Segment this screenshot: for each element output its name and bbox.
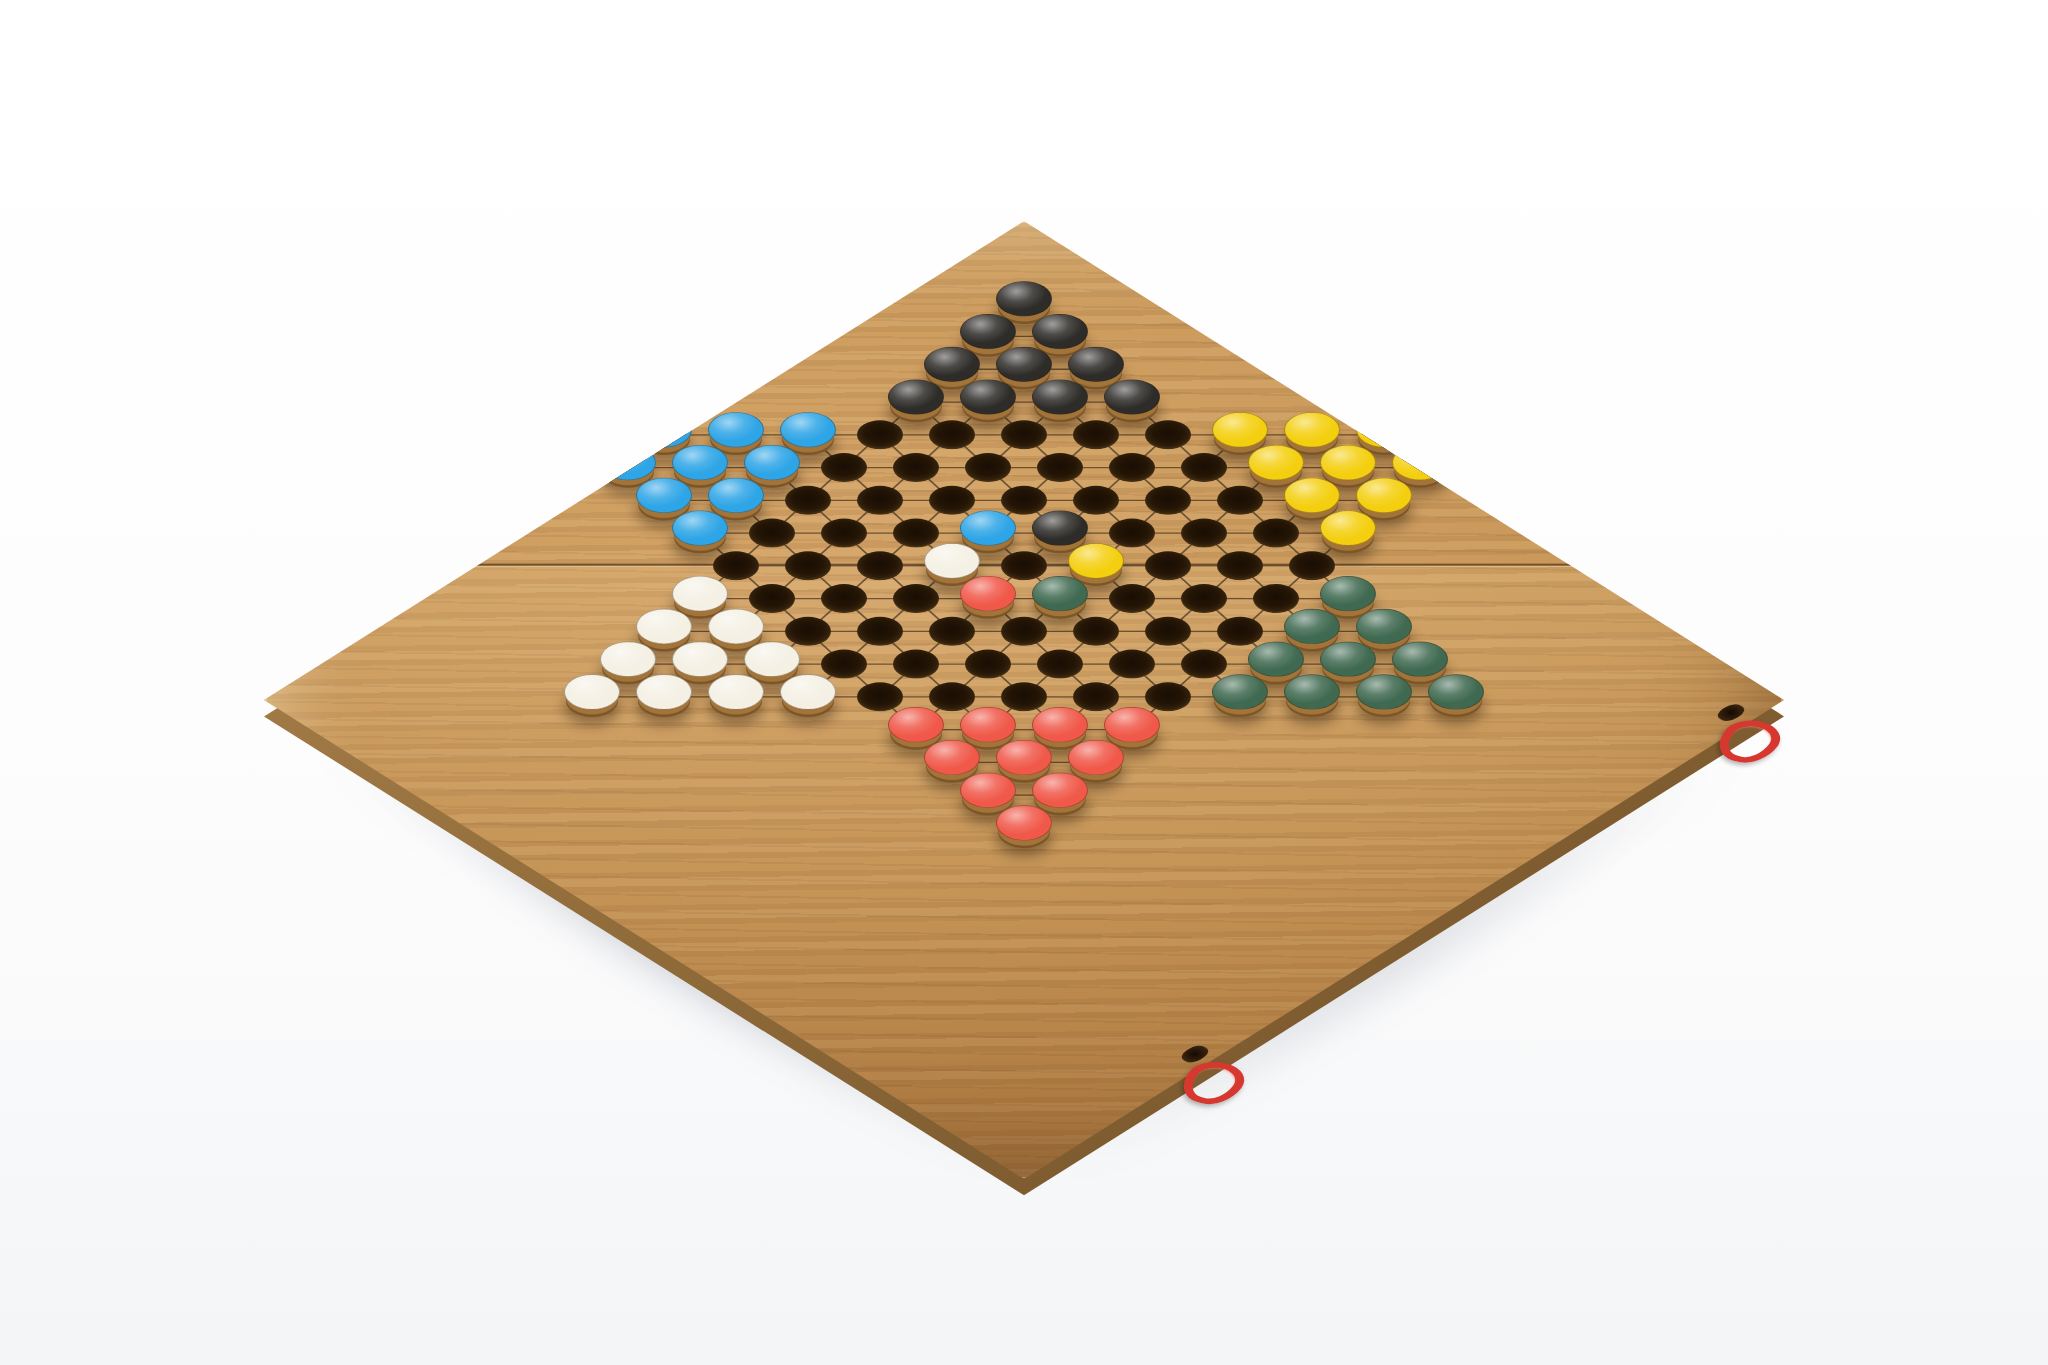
board-cell [772,484,844,517]
board-hole[interactable] [1181,650,1227,679]
board-cell [1024,582,1096,615]
board-hole[interactable] [1181,519,1227,548]
board-cell [1420,680,1492,713]
board-cell [1240,517,1312,550]
peg-white[interactable] [924,543,980,578]
board-hole[interactable] [1037,453,1083,482]
board-hole[interactable] [1001,682,1047,711]
board-hole[interactable] [1037,650,1083,679]
peg-red[interactable] [960,707,1016,742]
peg-blue[interactable] [672,510,728,545]
peg-blue[interactable] [960,510,1016,545]
peg-black[interactable] [1032,314,1088,349]
peg-yellow[interactable] [1428,412,1484,447]
board-cell [988,418,1060,451]
peg-green[interactable] [1320,642,1376,677]
board-cell [844,615,916,648]
board-cell [1060,418,1132,451]
peg-red[interactable] [996,740,1052,775]
board-cell [1096,386,1168,419]
peg-black[interactable] [1068,347,1124,382]
peg-green[interactable] [1320,576,1376,611]
peg-green[interactable] [1284,674,1340,709]
peg-yellow[interactable] [1284,478,1340,513]
board-hole[interactable] [1181,453,1227,482]
board-cell [952,582,1024,615]
peg-white[interactable] [672,642,728,677]
board-hole[interactable] [857,420,903,449]
board-hole[interactable] [1145,486,1191,515]
board-hole[interactable] [1109,584,1155,613]
board-cell [1060,615,1132,648]
board-hole[interactable] [1145,617,1191,646]
peg-blue[interactable] [672,445,728,480]
board-hole[interactable] [1109,650,1155,679]
peg-red[interactable] [1032,707,1088,742]
peg-red[interactable] [888,707,944,742]
board-hole[interactable] [1073,682,1119,711]
peg-black[interactable] [888,379,944,414]
peg-yellow[interactable] [1068,543,1124,578]
board-hole[interactable] [929,486,975,515]
board-hole[interactable] [1217,486,1263,515]
board-cell [880,386,952,419]
peg-blue[interactable] [600,445,656,480]
board-hole[interactable] [785,486,831,515]
board-hole[interactable] [893,453,939,482]
board-hole[interactable] [965,650,1011,679]
board-cell [1132,549,1204,582]
board-cell [952,648,1024,681]
peg-black[interactable] [996,347,1052,382]
board-hole[interactable] [1001,420,1047,449]
board-hole[interactable] [749,584,795,613]
board-cell [952,386,1024,419]
peg-red[interactable] [1068,740,1124,775]
hex-row [556,287,1492,320]
hex-row [556,648,1492,681]
board-hole[interactable] [893,650,939,679]
board-hole[interactable] [1109,519,1155,548]
peg-black[interactable] [996,281,1052,316]
board-cell [1132,418,1204,451]
board-hole[interactable] [929,420,975,449]
board-hole[interactable] [1181,584,1227,613]
peg-blue[interactable] [780,412,836,447]
hex-row [556,517,1492,550]
board-hole[interactable] [965,453,1011,482]
peg-yellow[interactable] [1356,412,1412,447]
board-cell [1312,517,1384,550]
board-hole[interactable] [1217,617,1263,646]
board-cell [1168,451,1240,484]
peg-yellow[interactable] [1392,445,1448,480]
board-cell [628,680,700,713]
peg-black[interactable] [924,347,980,382]
hex-row [556,746,1492,779]
board-cell [916,615,988,648]
board-hole[interactable] [1145,682,1191,711]
board-hole[interactable] [821,584,867,613]
peg-green[interactable] [1032,576,1088,611]
board-hole[interactable] [857,486,903,515]
board-cell [1024,451,1096,484]
star-grid [556,287,1492,844]
peg-red[interactable] [960,773,1016,808]
board-cell [1024,648,1096,681]
board-cell [1204,484,1276,517]
board-hole[interactable] [785,551,831,580]
peg-green[interactable] [1356,674,1412,709]
board-cell [988,812,1060,845]
peg-white[interactable] [744,642,800,677]
photo-background [0,0,2048,1365]
board-hole[interactable] [857,617,903,646]
board-cell [736,517,808,550]
hex-row [556,386,1492,419]
peg-black[interactable] [1104,379,1160,414]
board-hole[interactable] [929,617,975,646]
board-hole[interactable] [1109,453,1155,482]
board-hole[interactable] [1253,519,1299,548]
board-hole[interactable] [1073,617,1119,646]
board-hole[interactable] [821,453,867,482]
peg-blue[interactable] [636,412,692,447]
board-hole[interactable] [1217,551,1263,580]
hex-row [556,353,1492,386]
board-hole[interactable] [929,682,975,711]
board-cell [1132,484,1204,517]
board-cell [700,680,772,713]
peg-black[interactable] [1032,510,1088,545]
board-cell [1024,386,1096,419]
board-cell [1204,549,1276,582]
board-cell [880,582,952,615]
board-cell [1096,582,1168,615]
board-cell [988,615,1060,648]
peg-blue[interactable] [744,445,800,480]
board-hole[interactable] [857,551,903,580]
peg-yellow[interactable] [1284,412,1340,447]
peg-white[interactable] [708,609,764,644]
hex-row [556,812,1492,845]
board-cell [1096,648,1168,681]
peg-green[interactable] [1392,642,1448,677]
hex-row [556,680,1492,713]
peg-white[interactable] [636,609,692,644]
board-cell [556,418,628,451]
board-hole[interactable] [1073,420,1119,449]
peg-red[interactable] [1104,707,1160,742]
board-cell [1420,418,1492,451]
hex-row [556,451,1492,484]
peg-white[interactable] [780,674,836,709]
peg-white[interactable] [672,576,728,611]
peg-blue[interactable] [708,478,764,513]
board-hole[interactable] [821,650,867,679]
board-cell [844,418,916,451]
peg-black[interactable] [960,314,1016,349]
peg-blue[interactable] [636,478,692,513]
board-hole[interactable] [821,519,867,548]
board-cell [1096,451,1168,484]
board-cell [1168,582,1240,615]
board-cell [844,549,916,582]
peg-yellow[interactable] [1320,445,1376,480]
peg-white[interactable] [708,674,764,709]
board-hole[interactable] [857,682,903,711]
board-top [264,221,1784,1179]
peg-yellow[interactable] [1320,510,1376,545]
board-cell [1276,680,1348,713]
board-cell [1204,680,1276,713]
board-hole[interactable] [785,617,831,646]
peg-red[interactable] [1032,773,1088,808]
board-hole[interactable] [893,519,939,548]
peg-black[interactable] [960,379,1016,414]
peg-yellow[interactable] [1248,445,1304,480]
board-cell [664,517,736,550]
board-hole[interactable] [1361,420,1407,449]
peg-red[interactable] [996,805,1052,840]
board-hole[interactable] [713,551,759,580]
board-hole[interactable] [1073,486,1119,515]
board-cell [880,648,952,681]
board-hole[interactable] [893,584,939,613]
peg-red[interactable] [924,740,980,775]
peg-green[interactable] [1212,674,1268,709]
peg-green[interactable] [1428,674,1484,709]
board-hole[interactable] [641,420,687,449]
board-hole[interactable] [569,420,615,449]
board-cell [916,418,988,451]
board-hole[interactable] [1289,551,1335,580]
peg-blue[interactable] [708,412,764,447]
peg-green[interactable] [1248,642,1304,677]
board-cell [880,451,952,484]
peg-white[interactable] [564,674,620,709]
hex-row [556,582,1492,615]
board-cell [1348,680,1420,713]
peg-yellow[interactable] [1212,412,1268,447]
board-cell [808,517,880,550]
board-cell [844,484,916,517]
board-cell [1168,517,1240,550]
peg-white[interactable] [636,674,692,709]
board-cell [808,451,880,484]
board-cell [772,680,844,713]
board-cell [1132,615,1204,648]
peg-red[interactable] [960,576,1016,611]
board-cell [808,582,880,615]
board-hole[interactable] [1001,551,1047,580]
peg-black[interactable] [1032,379,1088,414]
peg-yellow[interactable] [1356,478,1412,513]
board-hole[interactable] [1433,420,1479,449]
peg-blue[interactable] [564,412,620,447]
board-hole[interactable] [1001,617,1047,646]
chinese-checkers-board [264,221,1784,1179]
peg-green[interactable] [1284,609,1340,644]
board-hole[interactable] [1145,551,1191,580]
board-cell [772,549,844,582]
peg-green[interactable] [1356,609,1412,644]
board-hole[interactable] [1253,584,1299,613]
board-hole[interactable] [1001,486,1047,515]
board-hole[interactable] [749,519,795,548]
peg-white[interactable] [600,642,656,677]
board-cell [952,451,1024,484]
board-hole[interactable] [1145,420,1191,449]
board-cell [556,680,628,713]
